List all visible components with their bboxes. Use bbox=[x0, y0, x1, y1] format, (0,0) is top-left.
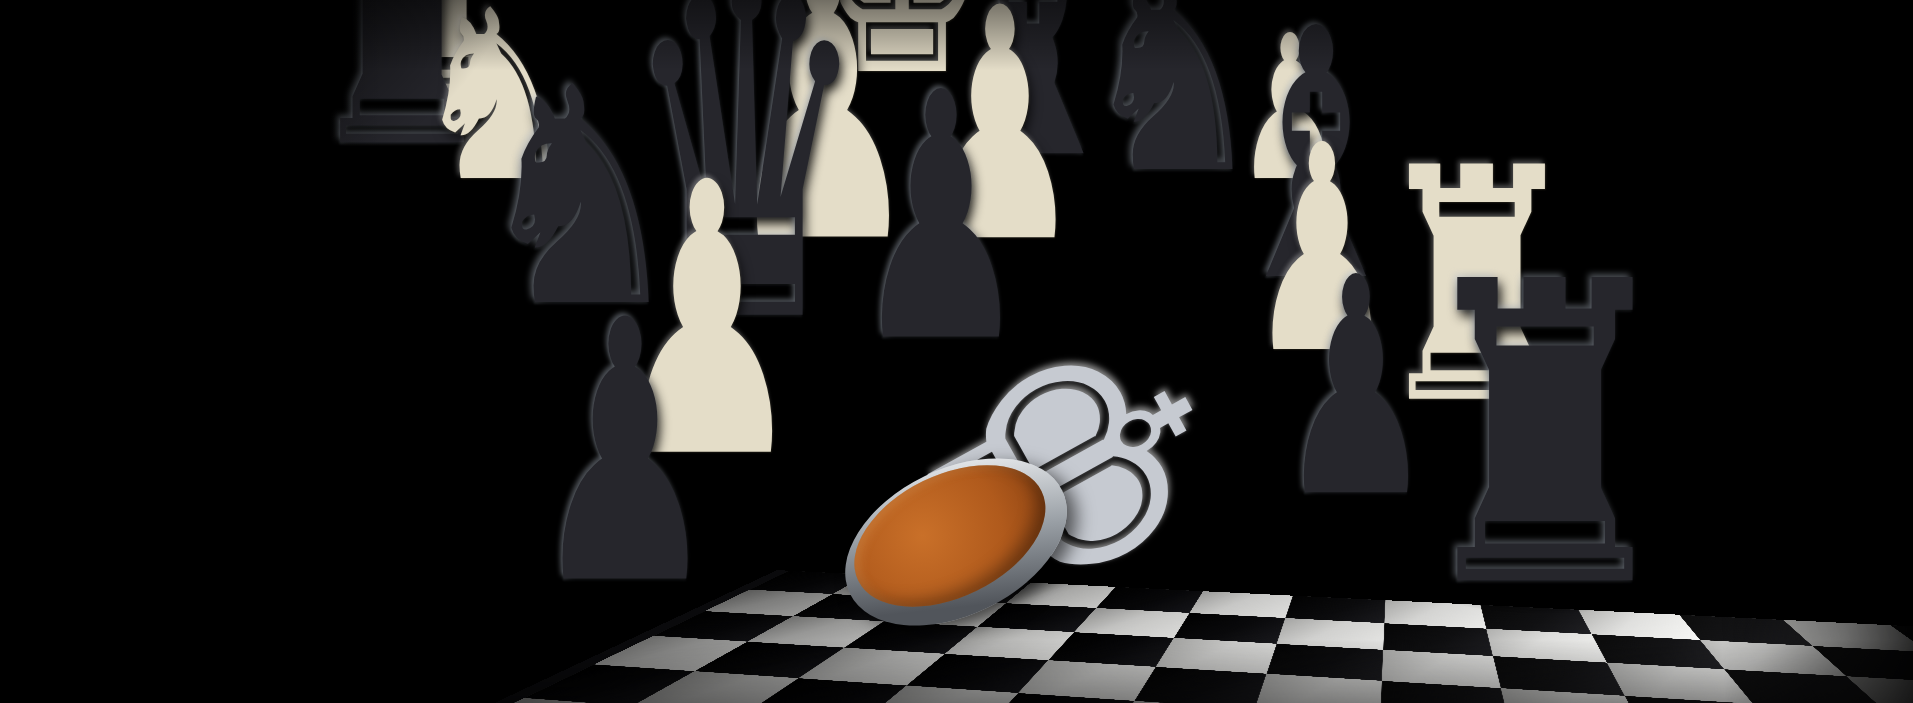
black-pawn: ♟ bbox=[853, 62, 1030, 375]
chess-scene: ♜♜♞♚♟♛♞♝♟♟♞♟♝♟♟♜♜♟♟♚ bbox=[0, 0, 1913, 703]
piece-shadow bbox=[377, 87, 495, 108]
piece-shadow bbox=[837, 68, 967, 91]
white-pawn: ♟ bbox=[1236, 17, 1344, 201]
piece-shadow bbox=[631, 310, 861, 351]
piece-shadow bbox=[1240, 175, 1340, 193]
piece-shadow bbox=[326, 139, 479, 166]
piece-shadow bbox=[1281, 490, 1431, 517]
piece-shadow bbox=[1251, 345, 1394, 371]
white-pawn: ♟ bbox=[1248, 119, 1396, 381]
piece-shadow bbox=[437, 175, 555, 196]
piece-shadow bbox=[920, 234, 1080, 263]
black-knight: ♞ bbox=[472, 61, 687, 337]
piece-shadow bbox=[1397, 396, 1558, 425]
piece-shadow bbox=[856, 333, 1026, 364]
piece-shadow bbox=[943, 150, 1123, 182]
piece-shadow bbox=[1108, 166, 1238, 189]
piece-shadow bbox=[1230, 272, 1403, 303]
black-rook: ♜ bbox=[1405, 246, 1684, 628]
piece-shadow bbox=[535, 575, 715, 607]
piece-shadow bbox=[1441, 576, 1649, 613]
white-pawn: ♟ bbox=[917, 0, 1083, 274]
black-bishop: ♝ bbox=[1220, 0, 1412, 315]
piece-shadow bbox=[613, 448, 801, 482]
piece-shadow bbox=[505, 300, 655, 327]
piece-shadow bbox=[728, 233, 918, 267]
